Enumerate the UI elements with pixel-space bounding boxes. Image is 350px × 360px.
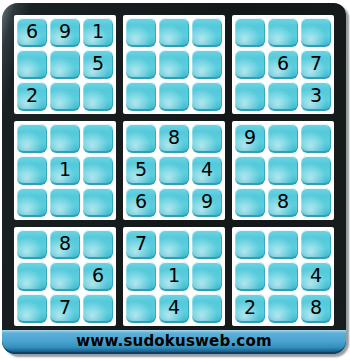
cell-r7c7[interactable] (235, 230, 265, 259)
cell-value: 8 (310, 298, 322, 317)
cell-r8c3: 6 (83, 262, 113, 291)
cell-r8c4[interactable] (126, 262, 156, 291)
cell-r4c1[interactable] (17, 124, 47, 153)
cell-r7c3[interactable] (83, 230, 113, 259)
cell-r8c6[interactable] (192, 262, 222, 291)
cell-value: 1 (168, 266, 180, 285)
cell-value: 8 (168, 128, 180, 147)
cell-r2c5[interactable] (159, 50, 189, 79)
cell-r1c4[interactable] (126, 18, 156, 47)
cell-value: 1 (59, 160, 71, 179)
cell-r3c1: 2 (17, 82, 47, 111)
cell-r8c7[interactable] (235, 262, 265, 291)
cell-r4c8[interactable] (268, 124, 298, 153)
cell-r9c3[interactable] (83, 294, 113, 323)
cell-r7c9[interactable] (301, 230, 331, 259)
cell-value: 6 (135, 192, 147, 211)
cell-value: 4 (168, 298, 180, 317)
cell-r6c5[interactable] (159, 188, 189, 217)
cell-r2c2[interactable] (50, 50, 80, 79)
cell-r1c9[interactable] (301, 18, 331, 47)
cell-r2c6[interactable] (192, 50, 222, 79)
cell-value: 8 (277, 192, 289, 211)
cell-r5c3[interactable] (83, 156, 113, 185)
box-5: 85469 (123, 121, 225, 220)
cell-r4c3[interactable] (83, 124, 113, 153)
box-3: 673 (232, 15, 334, 114)
cell-value: 6 (26, 22, 38, 41)
cell-r8c9: 4 (301, 262, 331, 291)
cell-r9c4[interactable] (126, 294, 156, 323)
cell-r5c5[interactable] (159, 156, 189, 185)
cell-value: 4 (201, 160, 213, 179)
cell-r1c7[interactable] (235, 18, 265, 47)
box-8: 714 (123, 227, 225, 326)
cell-r4c2[interactable] (50, 124, 80, 153)
site-url[interactable]: www.sudokusweb.com (76, 330, 271, 352)
sudoku-grid: 69152 673 1 85469 98 867 714 428 (14, 15, 334, 326)
cell-r2c9: 7 (301, 50, 331, 79)
box-6: 98 (232, 121, 334, 220)
cell-r8c1[interactable] (17, 262, 47, 291)
cell-r9c2: 7 (50, 294, 80, 323)
cell-value: 3 (310, 86, 322, 105)
cell-r1c5[interactable] (159, 18, 189, 47)
cell-r7c2: 8 (50, 230, 80, 259)
cell-r4c9[interactable] (301, 124, 331, 153)
sudoku-board: 69152 673 1 85469 98 867 714 428 www.sud… (2, 3, 346, 354)
cell-r4c7: 9 (235, 124, 265, 153)
cell-value: 5 (92, 54, 104, 73)
cell-r7c5[interactable] (159, 230, 189, 259)
cell-r3c8[interactable] (268, 82, 298, 111)
cell-r1c2: 9 (50, 18, 80, 47)
cell-r2c8: 6 (268, 50, 298, 79)
cell-r7c1[interactable] (17, 230, 47, 259)
cell-r1c3: 1 (83, 18, 113, 47)
cell-r1c6[interactable] (192, 18, 222, 47)
cell-r3c7[interactable] (235, 82, 265, 111)
cell-r7c8[interactable] (268, 230, 298, 259)
cell-r6c9[interactable] (301, 188, 331, 217)
cell-r4c6[interactable] (192, 124, 222, 153)
cell-value: 7 (135, 234, 147, 253)
cell-value: 5 (135, 160, 147, 179)
cell-value: 7 (310, 54, 322, 73)
cell-r1c1: 6 (17, 18, 47, 47)
box-1: 69152 (14, 15, 116, 114)
cell-r5c1[interactable] (17, 156, 47, 185)
cell-value: 9 (59, 22, 71, 41)
cell-r7c4: 7 (126, 230, 156, 259)
cell-r5c9[interactable] (301, 156, 331, 185)
box-2 (123, 15, 225, 114)
footer-bar: www.sudokusweb.com (2, 330, 346, 354)
cell-value: 7 (59, 298, 71, 317)
cell-r3c3[interactable] (83, 82, 113, 111)
cell-r8c5: 1 (159, 262, 189, 291)
cell-r6c6: 9 (192, 188, 222, 217)
cell-r9c9: 8 (301, 294, 331, 323)
box-4: 1 (14, 121, 116, 220)
cell-r9c8[interactable] (268, 294, 298, 323)
cell-value: 2 (26, 86, 38, 105)
box-9: 428 (232, 227, 334, 326)
cell-r6c8: 8 (268, 188, 298, 217)
cell-r4c4[interactable] (126, 124, 156, 153)
cell-r1c8[interactable] (268, 18, 298, 47)
cell-value: 6 (92, 266, 104, 285)
cell-r4c5: 8 (159, 124, 189, 153)
cell-r5c8[interactable] (268, 156, 298, 185)
cell-r9c6[interactable] (192, 294, 222, 323)
cell-r8c8[interactable] (268, 262, 298, 291)
cell-r9c1[interactable] (17, 294, 47, 323)
cell-r6c2[interactable] (50, 188, 80, 217)
cell-r3c6[interactable] (192, 82, 222, 111)
cell-value: 1 (92, 22, 104, 41)
cell-value: 8 (59, 234, 71, 253)
cell-r5c7[interactable] (235, 156, 265, 185)
cell-r6c1[interactable] (17, 188, 47, 217)
cell-value: 9 (201, 192, 213, 211)
cell-value: 4 (310, 266, 322, 285)
box-7: 867 (14, 227, 116, 326)
cell-r6c3[interactable] (83, 188, 113, 217)
cell-r2c1[interactable] (17, 50, 47, 79)
cell-r3c5[interactable] (159, 82, 189, 111)
cell-r2c3: 5 (83, 50, 113, 79)
cell-r9c5: 4 (159, 294, 189, 323)
cell-value: 6 (277, 54, 289, 73)
cell-r9c7: 2 (235, 294, 265, 323)
cell-value: 9 (244, 128, 256, 147)
cell-r3c4[interactable] (126, 82, 156, 111)
cell-r5c4: 5 (126, 156, 156, 185)
cell-r6c4: 6 (126, 188, 156, 217)
cell-r6c7[interactable] (235, 188, 265, 217)
cell-r8c2[interactable] (50, 262, 80, 291)
cell-r7c6[interactable] (192, 230, 222, 259)
cell-r3c9: 3 (301, 82, 331, 111)
cell-r2c4[interactable] (126, 50, 156, 79)
cell-r5c6: 4 (192, 156, 222, 185)
cell-value: 2 (244, 298, 256, 317)
cell-r3c2[interactable] (50, 82, 80, 111)
cell-r2c7[interactable] (235, 50, 265, 79)
cell-r5c2: 1 (50, 156, 80, 185)
